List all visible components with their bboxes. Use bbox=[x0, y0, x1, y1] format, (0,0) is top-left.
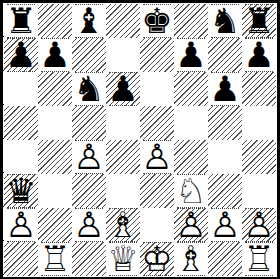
square-b1[interactable]: ♜♖ bbox=[38, 242, 72, 276]
white-pawn-e4: ♟♙ bbox=[140, 140, 174, 174]
white-pawn-c2: ♟♙ bbox=[72, 208, 106, 242]
white-rook-b1: ♜♖ bbox=[38, 242, 72, 276]
square-e3[interactable] bbox=[140, 174, 174, 208]
white-king-e1: ♚♔ bbox=[140, 242, 174, 276]
square-e2[interactable] bbox=[140, 208, 174, 242]
square-b4[interactable] bbox=[38, 140, 72, 174]
square-c8[interactable]: ♝ bbox=[72, 4, 106, 38]
square-d5[interactable] bbox=[106, 106, 140, 140]
black-king-e8: ♚ bbox=[140, 4, 174, 38]
square-b3[interactable] bbox=[38, 174, 72, 208]
square-f3[interactable]: ♞♘ bbox=[174, 174, 208, 208]
square-b6[interactable] bbox=[38, 72, 72, 106]
square-b8[interactable] bbox=[38, 4, 72, 38]
square-g7[interactable] bbox=[208, 38, 242, 72]
black-bishop-c8: ♝ bbox=[72, 4, 106, 38]
square-b5[interactable] bbox=[38, 106, 72, 140]
black-pawn-d6: ♟ bbox=[106, 72, 140, 106]
white-bishop-d2: ♝♗ bbox=[106, 208, 140, 242]
square-e4[interactable]: ♟♙ bbox=[140, 140, 174, 174]
square-c6[interactable]: ♞ bbox=[72, 72, 106, 106]
white-pawn-c4: ♟♙ bbox=[72, 140, 106, 174]
square-d8[interactable] bbox=[106, 4, 140, 38]
square-e5[interactable] bbox=[140, 106, 174, 140]
square-g2[interactable]: ♟♙ bbox=[208, 208, 242, 242]
square-c5[interactable] bbox=[72, 106, 106, 140]
square-g1[interactable] bbox=[208, 242, 242, 276]
white-rook-h1: ♜♖ bbox=[242, 242, 276, 276]
square-d2[interactable]: ♝♗ bbox=[106, 208, 140, 242]
black-pawn-g6: ♟ bbox=[208, 72, 242, 106]
square-f7[interactable]: ♟ bbox=[174, 38, 208, 72]
square-g4[interactable] bbox=[208, 140, 242, 174]
square-h6[interactable] bbox=[242, 72, 276, 106]
black-pawn-h7: ♟ bbox=[242, 38, 276, 72]
square-h2[interactable]: ♟♙ bbox=[242, 208, 276, 242]
square-f6[interactable] bbox=[174, 72, 208, 106]
square-h7[interactable]: ♟ bbox=[242, 38, 276, 72]
black-knight-c6: ♞ bbox=[72, 72, 106, 106]
square-f5[interactable] bbox=[174, 106, 208, 140]
square-f8[interactable] bbox=[174, 4, 208, 38]
square-c2[interactable]: ♟♙ bbox=[72, 208, 106, 242]
square-c3[interactable] bbox=[72, 174, 106, 208]
square-e6[interactable] bbox=[140, 72, 174, 106]
square-e8[interactable]: ♚ bbox=[140, 4, 174, 38]
square-g6[interactable]: ♟ bbox=[208, 72, 242, 106]
black-pawn-f7: ♟ bbox=[174, 38, 208, 72]
square-h4[interactable] bbox=[242, 140, 276, 174]
square-h8[interactable]: ♜ bbox=[242, 4, 276, 38]
square-a4[interactable] bbox=[4, 140, 38, 174]
white-pawn-f2: ♟♙ bbox=[174, 208, 208, 242]
square-c4[interactable]: ♟♙ bbox=[72, 140, 106, 174]
white-bishop-f1: ♝♗ bbox=[174, 242, 208, 276]
square-b7[interactable]: ♟ bbox=[38, 38, 72, 72]
black-knight-g8: ♞ bbox=[208, 4, 242, 38]
square-g8[interactable]: ♞ bbox=[208, 4, 242, 38]
square-e7[interactable] bbox=[140, 38, 174, 72]
square-d7[interactable] bbox=[106, 38, 140, 72]
square-a5[interactable] bbox=[4, 106, 38, 140]
black-rook-a8: ♜ bbox=[4, 4, 38, 38]
white-knight-f3: ♞♘ bbox=[174, 174, 208, 208]
black-pawn-a7: ♟ bbox=[4, 38, 38, 72]
black-pawn-b7: ♟ bbox=[38, 38, 72, 72]
square-h1[interactable]: ♜♖ bbox=[242, 242, 276, 276]
square-f1[interactable]: ♝♗ bbox=[174, 242, 208, 276]
square-e1[interactable]: ♚♔ bbox=[140, 242, 174, 276]
square-a6[interactable] bbox=[4, 72, 38, 106]
square-d3[interactable] bbox=[106, 174, 140, 208]
square-d1[interactable]: ♛♕ bbox=[106, 242, 140, 276]
white-pawn-a2: ♟♙ bbox=[4, 208, 38, 242]
black-queen-a3: ♛ bbox=[4, 174, 38, 208]
square-c1[interactable] bbox=[72, 242, 106, 276]
square-h5[interactable] bbox=[242, 106, 276, 140]
square-c7[interactable] bbox=[72, 38, 106, 72]
white-pawn-h2: ♟♙ bbox=[242, 208, 276, 242]
square-g5[interactable] bbox=[208, 106, 242, 140]
square-d6[interactable]: ♟ bbox=[106, 72, 140, 106]
chess-board: ♜♝♚♞♜♟♟♟♟♞♟♟♟♙♟♙♛♞♘♟♙♟♙♝♗♟♙♟♙♟♙♜♖♛♕♚♔♝♗♜… bbox=[0, 0, 280, 279]
black-rook-h8: ♜ bbox=[242, 4, 276, 38]
square-a7[interactable]: ♟ bbox=[4, 38, 38, 72]
square-a3[interactable]: ♛ bbox=[4, 174, 38, 208]
square-f4[interactable] bbox=[174, 140, 208, 174]
square-a2[interactable]: ♟♙ bbox=[4, 208, 38, 242]
square-f2[interactable]: ♟♙ bbox=[174, 208, 208, 242]
square-a1[interactable] bbox=[4, 242, 38, 276]
square-g3[interactable] bbox=[208, 174, 242, 208]
board-grid: ♜♝♚♞♜♟♟♟♟♞♟♟♟♙♟♙♛♞♘♟♙♟♙♝♗♟♙♟♙♟♙♜♖♛♕♚♔♝♗♜… bbox=[4, 4, 276, 276]
white-queen-d1: ♛♕ bbox=[106, 242, 140, 276]
white-pawn-g2: ♟♙ bbox=[208, 208, 242, 242]
square-d4[interactable] bbox=[106, 140, 140, 174]
square-b2[interactable] bbox=[38, 208, 72, 242]
square-h3[interactable] bbox=[242, 174, 276, 208]
square-a8[interactable]: ♜ bbox=[4, 4, 38, 38]
